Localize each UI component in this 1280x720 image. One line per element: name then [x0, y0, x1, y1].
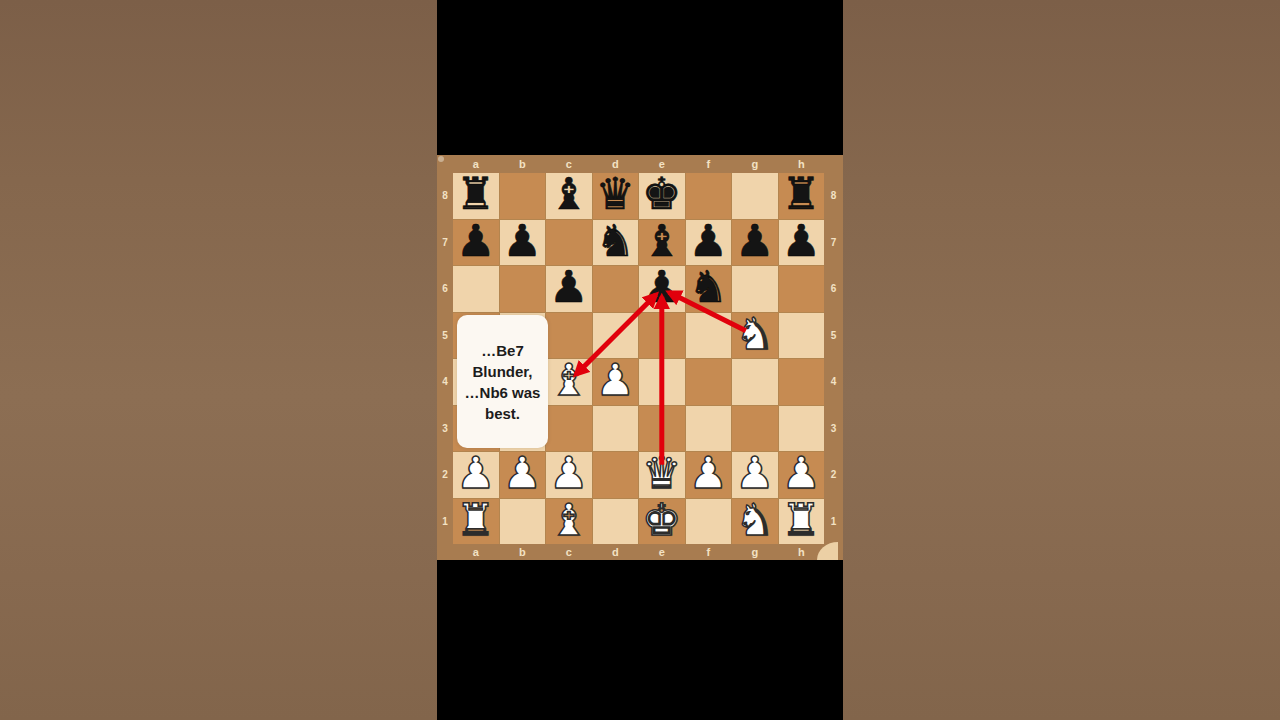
square-h4[interactable]	[779, 359, 825, 405]
square-f3[interactable]	[686, 406, 732, 452]
square-b6[interactable]	[500, 266, 546, 312]
square-h5[interactable]	[779, 313, 825, 359]
file-label-b: b	[500, 155, 546, 173]
square-h2[interactable]: ♟	[779, 452, 825, 498]
rank-label-4: 4	[824, 359, 843, 405]
black-pawn-h7[interactable]: ♟	[782, 218, 821, 263]
square-g6[interactable]	[732, 266, 778, 312]
square-c7[interactable]	[546, 220, 592, 266]
square-d8[interactable]: ♛	[593, 173, 639, 219]
square-b2[interactable]: ♟	[500, 452, 546, 498]
file-label-a: a	[453, 544, 499, 560]
file-label-f: f	[686, 155, 732, 173]
square-f1[interactable]	[686, 499, 732, 545]
square-e7[interactable]: ♝	[639, 220, 685, 266]
rank-label-2: 2	[824, 452, 843, 498]
square-g2[interactable]: ♟	[732, 452, 778, 498]
black-pawn-g7[interactable]: ♟	[735, 218, 774, 263]
file-label-c: c	[546, 544, 592, 560]
black-pawn-b7[interactable]: ♟	[503, 218, 542, 263]
file-label-b: b	[500, 544, 546, 560]
square-e6[interactable]: ♟	[639, 266, 685, 312]
square-e1[interactable]: ♚	[639, 499, 685, 545]
rank-label-8: 8	[824, 173, 843, 219]
square-h8[interactable]: ♜	[779, 173, 825, 219]
square-f5[interactable]	[686, 313, 732, 359]
black-pawn-e6[interactable]: ♟	[642, 264, 681, 309]
white-rook-h1[interactable]: ♜	[782, 497, 821, 542]
video-column: abcdefgh 87654321 ♜♝♛♚♜♟♟♞♝♟♟♟♟♟♞♞♝♟♟♟♟♛…	[437, 0, 843, 720]
annotation-line: …Be7	[481, 340, 524, 361]
square-g7[interactable]: ♟	[732, 220, 778, 266]
square-f7[interactable]: ♟	[686, 220, 732, 266]
rank-label-5: 5	[824, 313, 843, 359]
square-b1[interactable]	[500, 499, 546, 545]
white-pawn-d4[interactable]: ♟	[596, 357, 635, 402]
white-bishop-c1[interactable]: ♝	[549, 497, 588, 542]
square-d3[interactable]	[593, 406, 639, 452]
square-f2[interactable]: ♟	[686, 452, 732, 498]
rank-label-4: 4	[437, 359, 453, 405]
black-pawn-a7[interactable]: ♟	[456, 218, 495, 263]
annotation-line: Blunder,	[472, 361, 532, 382]
chess-board: abcdefgh 87654321 ♜♝♛♚♜♟♟♞♝♟♟♟♟♟♞♞♝♟♟♟♟♛…	[437, 155, 843, 560]
file-label-f: f	[686, 544, 732, 560]
square-f6[interactable]: ♞	[686, 266, 732, 312]
rank-label-5: 5	[437, 313, 453, 359]
black-queen-d8[interactable]: ♛	[596, 171, 635, 216]
rank-label-3: 3	[824, 406, 843, 452]
square-a7[interactable]: ♟	[453, 220, 499, 266]
file-labels-bottom: abcdefgh	[453, 544, 824, 560]
rank-label-2: 2	[437, 452, 453, 498]
black-bishop-c8[interactable]: ♝	[549, 171, 588, 216]
square-h7[interactable]: ♟	[779, 220, 825, 266]
white-pawn-b2[interactable]: ♟	[503, 450, 542, 495]
square-e4[interactable]	[639, 359, 685, 405]
black-pawn-c6[interactable]: ♟	[549, 264, 588, 309]
square-a6[interactable]	[453, 266, 499, 312]
file-labels-top: abcdefgh	[453, 155, 824, 173]
file-label-g: g	[732, 544, 778, 560]
square-c3[interactable]	[546, 406, 592, 452]
white-bishop-c4[interactable]: ♝	[549, 357, 588, 402]
rank-label-7: 7	[824, 220, 843, 266]
file-label-g: g	[732, 155, 778, 173]
square-e5[interactable]	[639, 313, 685, 359]
frame-dot	[438, 156, 444, 162]
annotation-line: …Nb6 was	[465, 382, 541, 403]
annotation-overlay: …Be7 Blunder, …Nb6 was best.	[457, 315, 548, 448]
square-g4[interactable]	[732, 359, 778, 405]
square-c8[interactable]: ♝	[546, 173, 592, 219]
white-knight-g1[interactable]: ♞	[735, 497, 774, 542]
file-label-d: d	[593, 544, 639, 560]
black-king-e8[interactable]: ♚	[642, 171, 681, 216]
rank-label-6: 6	[824, 266, 843, 312]
rank-label-6: 6	[437, 266, 453, 312]
square-c1[interactable]: ♝	[546, 499, 592, 545]
square-c6[interactable]: ♟	[546, 266, 592, 312]
black-knight-d7[interactable]: ♞	[596, 218, 635, 263]
white-pawn-h2[interactable]: ♟	[782, 450, 821, 495]
square-d4[interactable]: ♟	[593, 359, 639, 405]
square-g3[interactable]	[732, 406, 778, 452]
rank-label-7: 7	[437, 220, 453, 266]
black-knight-f6[interactable]: ♞	[689, 264, 728, 309]
square-d1[interactable]	[593, 499, 639, 545]
rank-labels-left: 87654321	[437, 173, 453, 544]
square-d5[interactable]	[593, 313, 639, 359]
square-a2[interactable]: ♟	[453, 452, 499, 498]
square-h6[interactable]	[779, 266, 825, 312]
square-e2[interactable]: ♛	[639, 452, 685, 498]
square-h1[interactable]: ♜	[779, 499, 825, 545]
square-a1[interactable]: ♜	[453, 499, 499, 545]
white-pawn-f2[interactable]: ♟	[689, 450, 728, 495]
white-pawn-c2[interactable]: ♟	[549, 450, 588, 495]
square-g8[interactable]	[732, 173, 778, 219]
square-h3[interactable]	[779, 406, 825, 452]
square-d7[interactable]: ♞	[593, 220, 639, 266]
file-label-e: e	[639, 544, 685, 560]
white-knight-g5[interactable]: ♞	[735, 311, 774, 356]
square-e3[interactable]	[639, 406, 685, 452]
rank-label-1: 1	[437, 499, 453, 545]
black-bishop-e7[interactable]: ♝	[642, 218, 681, 263]
rank-label-3: 3	[437, 406, 453, 452]
black-rook-a8[interactable]: ♜	[456, 171, 495, 216]
square-e8[interactable]: ♚	[639, 173, 685, 219]
black-rook-h8[interactable]: ♜	[782, 171, 821, 216]
white-king-e1[interactable]: ♚	[642, 497, 681, 542]
square-b7[interactable]: ♟	[500, 220, 546, 266]
rank-label-1: 1	[824, 499, 843, 545]
white-queen-e2[interactable]: ♛	[642, 450, 681, 495]
white-rook-a1[interactable]: ♜	[456, 497, 495, 542]
square-f4[interactable]	[686, 359, 732, 405]
square-c4[interactable]: ♝	[546, 359, 592, 405]
rank-labels-right: 87654321	[824, 173, 843, 544]
white-pawn-a2[interactable]: ♟	[456, 450, 495, 495]
rank-label-8: 8	[437, 173, 453, 219]
square-d6[interactable]	[593, 266, 639, 312]
square-a8[interactable]: ♜	[453, 173, 499, 219]
black-pawn-f7[interactable]: ♟	[689, 218, 728, 263]
square-c5[interactable]	[546, 313, 592, 359]
square-f8[interactable]	[686, 173, 732, 219]
square-d2[interactable]	[593, 452, 639, 498]
square-c2[interactable]: ♟	[546, 452, 592, 498]
square-g5[interactable]: ♞	[732, 313, 778, 359]
square-b8[interactable]	[500, 173, 546, 219]
white-pawn-g2[interactable]: ♟	[735, 450, 774, 495]
square-g1[interactable]: ♞	[732, 499, 778, 545]
annotation-line: best.	[485, 403, 520, 424]
